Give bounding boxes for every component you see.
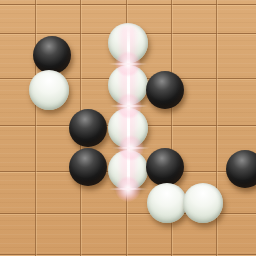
black-stone — [33, 36, 71, 74]
gomoku-board[interactable] — [0, 0, 256, 256]
grid-line-vertical — [35, 0, 36, 256]
white-stone — [29, 70, 69, 110]
grid-line-horizontal — [0, 4, 256, 5]
sparkle-flare — [115, 51, 141, 77]
white-stone — [147, 183, 187, 223]
black-stone — [146, 71, 184, 109]
black-stone — [146, 148, 184, 186]
sparkle-flare — [115, 176, 141, 202]
sparkle-flare — [118, 135, 144, 161]
sparkle-flare — [116, 93, 142, 119]
black-stone — [69, 109, 107, 147]
grid-line-horizontal — [0, 254, 256, 255]
white-stone — [183, 183, 223, 223]
black-stone — [226, 150, 256, 188]
black-stone — [69, 148, 107, 186]
